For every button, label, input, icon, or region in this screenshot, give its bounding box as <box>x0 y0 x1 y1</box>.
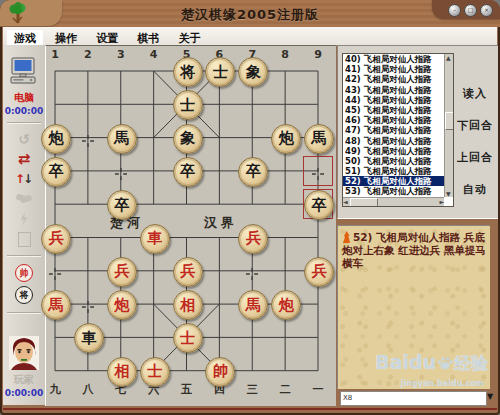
window-title: 楚汉棋缘2005注册版 <box>0 6 500 24</box>
handshake-draw-icon[interactable] <box>3 189 45 209</box>
flip-board-icon[interactable]: ↑↓ <box>3 169 45 189</box>
move-list-item[interactable]: 52) 飞相局对仙人指路 <box>343 176 453 186</box>
sidebar-divider <box>7 255 41 257</box>
move-list-item[interactable]: 53) 飞相局对仙人指路 <box>343 186 453 196</box>
combo-dropdown-icon[interactable]: ▼ <box>487 392 493 401</box>
commentary-panel: 52) 飞相局对仙人指路 兵底炮对上右象 红进边兵 黑单提马横车 Baidu经验… <box>337 225 490 389</box>
move-list-item[interactable]: 40) 飞相局对仙人指路 <box>343 54 453 64</box>
player-clock: 0:00:00 <box>5 388 44 398</box>
file-label-bottom: 九 <box>45 382 65 397</box>
undo-move-icon[interactable]: ↺ <box>3 129 45 149</box>
move-list-item[interactable]: 48) 飞相局对仙人指路 <box>343 136 453 146</box>
board-point-mark <box>115 165 127 177</box>
move-list-item[interactable]: 41) 飞相局对仙人指路 <box>343 64 453 74</box>
action-button-读入[interactable]: 读入 <box>452 86 498 101</box>
piece-red-士[interactable]: 士 <box>140 357 170 387</box>
move-list-item[interactable]: 50) 飞相局对仙人指路 <box>343 156 453 166</box>
scrollbar-thumb[interactable] <box>350 198 378 207</box>
horizontal-scrollbar[interactable]: ◄ ► <box>343 197 444 206</box>
sidebar: 电脑 0:00:00 ↺ ⇄ ↑↓ 帅 将 玩家 <box>3 45 46 405</box>
frame-accent-line <box>3 408 497 410</box>
piece-black-卒[interactable]: 卒 <box>304 190 334 220</box>
file-label-top: 8 <box>275 48 295 61</box>
file-label-top: 1 <box>45 48 65 61</box>
piece-red-車[interactable]: 車 <box>140 224 170 254</box>
baidu-watermark: Baidu经验 <box>375 351 488 375</box>
scroll-left-icon[interactable]: ◄ <box>343 198 348 205</box>
file-label-bottom: 三 <box>242 382 262 397</box>
piece-red-兵[interactable]: 兵 <box>238 224 268 254</box>
opening-move-list[interactable]: ▲ ▼ ◄ ► 40) 飞相局对仙人指路41) 飞相局对仙人指路42) 飞相局对… <box>342 53 454 207</box>
piece-black-馬[interactable]: 馬 <box>304 124 334 154</box>
maximize-button[interactable]: □ <box>464 4 477 17</box>
action-button-自动[interactable]: 自动 <box>452 182 498 197</box>
piece-black-卒[interactable]: 卒 <box>41 157 71 187</box>
player-label: 玩家 <box>14 373 34 387</box>
move-list-item[interactable]: 43) 飞相局对仙人指路 <box>343 85 453 95</box>
piece-red-帥[interactable]: 帥 <box>205 357 235 387</box>
piece-red-兵[interactable]: 兵 <box>173 257 203 287</box>
scroll-down-icon[interactable]: ▼ <box>446 190 451 197</box>
swap-sides-icon[interactable]: ⇄ <box>3 149 45 169</box>
board-point-mark <box>49 265 61 277</box>
piece-black-卒[interactable]: 卒 <box>107 190 137 220</box>
action-button-下回合[interactable]: 下回合 <box>452 118 498 133</box>
sidebar-divider <box>7 122 41 124</box>
move-list-item[interactable]: 47) 飞相局对仙人指路 <box>343 125 453 135</box>
app-window: 楚汉棋缘2005注册版 – □ × 游戏 操作 设置 棋书 关于 电脑 0:00… <box>0 0 500 415</box>
piece-red-兵[interactable]: 兵 <box>304 257 334 287</box>
file-label-bottom: 一 <box>308 382 328 397</box>
move-list-item[interactable]: 44) 飞相局对仙人指路 <box>343 95 453 105</box>
file-label-bottom: 二 <box>275 382 295 397</box>
computer-icon <box>3 53 45 89</box>
red-side-badge[interactable]: 帅 <box>15 264 33 282</box>
last-move-marker <box>303 156 333 186</box>
file-label-top: 2 <box>78 48 98 61</box>
scroll-right-icon[interactable]: ► <box>439 198 444 205</box>
piece-black-炮[interactable]: 炮 <box>271 124 301 154</box>
title-bar[interactable]: 楚汉棋缘2005注册版 – □ × <box>0 0 500 27</box>
piece-red-馬[interactable]: 馬 <box>41 290 71 320</box>
flame-icon <box>342 231 351 243</box>
piece-black-馬[interactable]: 馬 <box>107 124 137 154</box>
computer-clock: 0:00:00 <box>5 106 44 116</box>
piece-black-卒[interactable]: 卒 <box>173 157 203 187</box>
piece-red-士[interactable]: 士 <box>173 323 203 353</box>
black-side-badge[interactable]: 将 <box>15 286 33 304</box>
menu-bar: 游戏 操作 设置 棋书 关于 <box>3 27 497 46</box>
piece-red-相[interactable]: 相 <box>107 357 137 387</box>
sidebar-divider <box>7 312 41 314</box>
file-label-top: 4 <box>144 48 164 61</box>
file-label-top: 3 <box>111 48 131 61</box>
file-label-bottom: 八 <box>78 382 98 397</box>
board-point-mark <box>82 298 94 310</box>
xiangqi-board[interactable]: 楚河 汉界 123456789九八七六五四三二一将士象士炮馬象炮馬卒卒卒卒卒車兵… <box>45 45 336 406</box>
blank-page-icon[interactable] <box>3 229 45 249</box>
lightning-icon[interactable] <box>3 209 45 229</box>
move-list-item[interactable]: 51) 飞相局对仙人指路 <box>343 166 453 176</box>
piece-red-兵[interactable]: 兵 <box>107 257 137 287</box>
scroll-up-icon[interactable]: ▲ <box>446 54 451 61</box>
piece-red-兵[interactable]: 兵 <box>41 224 71 254</box>
commentary-text: 52) 飞相局对仙人指路 兵底炮对上右象 红进边兵 黑单提马横车 <box>338 226 490 270</box>
piece-black-士[interactable]: 士 <box>173 90 203 120</box>
minimize-button[interactable]: – <box>448 4 461 17</box>
river-label-han: 汉界 <box>204 214 238 232</box>
action-button-上回合[interactable]: 上回合 <box>452 150 498 165</box>
computer-label: 电脑 <box>14 91 34 105</box>
move-list-item[interactable]: 46) 飞相局对仙人指路 <box>343 115 453 125</box>
move-list-item[interactable]: 49) 飞相局对仙人指路 <box>343 146 453 156</box>
piece-red-炮[interactable]: 炮 <box>107 290 137 320</box>
piece-red-相[interactable]: 相 <box>173 290 203 320</box>
piece-black-卒[interactable]: 卒 <box>238 157 268 187</box>
board-point-mark <box>82 132 94 144</box>
piece-black-象[interactable]: 象 <box>173 124 203 154</box>
watermark-url: jingyan.baidu.com <box>401 379 484 388</box>
board-point-mark <box>246 265 258 277</box>
move-list-item[interactable]: 42) 飞相局对仙人指路 <box>343 74 453 84</box>
book-combo-box[interactable]: X8 <box>340 391 487 406</box>
opening-list-panel: ▲ ▼ ◄ ► 40) 飞相局对仙人指路41) 飞相局对仙人指路42) 飞相局对… <box>337 45 498 219</box>
piece-black-将[interactable]: 将 <box>173 57 203 87</box>
file-label-bottom: 五 <box>177 382 197 397</box>
close-button[interactable]: × <box>480 4 493 17</box>
action-buttons: 读入下回合上回合自动 <box>452 86 498 214</box>
file-label-top: 9 <box>308 48 328 61</box>
piece-black-炮[interactable]: 炮 <box>41 124 71 154</box>
player-avatar <box>3 335 45 371</box>
move-list-item[interactable]: 45) 飞相局对仙人指路 <box>343 105 453 115</box>
